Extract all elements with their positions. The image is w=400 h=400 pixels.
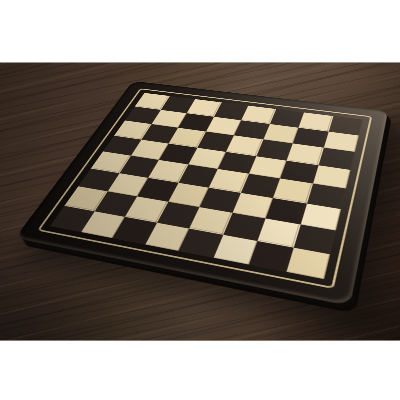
letterbox-bottom bbox=[0, 341, 400, 400]
table-surface bbox=[0, 62, 400, 341]
product-photo bbox=[0, 0, 400, 400]
letterbox-top bbox=[0, 0, 400, 62]
